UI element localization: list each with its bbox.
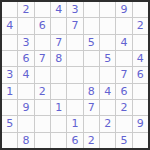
cell-r4c6[interactable] <box>84 51 99 66</box>
cell-r1c1[interactable] <box>2 2 17 17</box>
cell-r3c6[interactable]: 5 <box>84 35 99 50</box>
cell-r7c7[interactable] <box>100 100 115 115</box>
cell-r6c9[interactable] <box>133 84 148 99</box>
cell-r1c4[interactable]: 4 <box>51 2 66 17</box>
cell-r4c5[interactable] <box>67 51 82 66</box>
cell-r6c1[interactable]: 1 <box>2 84 17 99</box>
cell-r3c5[interactable] <box>67 35 82 50</box>
cell-r8c2[interactable] <box>18 116 33 131</box>
cell-r8c5[interactable]: 1 <box>67 116 82 131</box>
cell-r2c2[interactable] <box>18 18 33 33</box>
cell-r4c9[interactable]: 4 <box>133 51 148 66</box>
cell-r9c1[interactable] <box>2 133 17 148</box>
cell-r3c4[interactable]: 7 <box>51 35 66 50</box>
cell-r5c5[interactable] <box>67 67 82 82</box>
cell-r1c5[interactable]: 3 <box>67 2 82 17</box>
cell-r4c3[interactable]: 7 <box>35 51 50 66</box>
cell-r4c1[interactable] <box>2 51 17 66</box>
cell-r9c6[interactable]: 2 <box>84 133 99 148</box>
cell-r2c8[interactable] <box>116 18 131 33</box>
cell-r4c8[interactable] <box>116 51 131 66</box>
cell-r6c6[interactable]: 8 <box>84 84 99 99</box>
cell-r5c2[interactable]: 4 <box>18 67 33 82</box>
cell-r8c9[interactable]: 9 <box>133 116 148 131</box>
cell-r3c8[interactable]: 4 <box>116 35 131 50</box>
cell-r5c7[interactable] <box>100 67 115 82</box>
cell-r6c3[interactable]: 2 <box>35 84 50 99</box>
cell-r7c4[interactable]: 1 <box>51 100 66 115</box>
cell-r8c1[interactable]: 5 <box>2 116 17 131</box>
cell-r1c6[interactable] <box>84 2 99 17</box>
cell-r5c9[interactable]: 6 <box>133 67 148 82</box>
cell-r6c5[interactable] <box>67 84 82 99</box>
cell-r3c3[interactable] <box>35 35 50 50</box>
cell-r7c8[interactable]: 2 <box>116 100 131 115</box>
cell-r6c4[interactable] <box>51 84 66 99</box>
cell-r2c9[interactable]: 2 <box>133 18 148 33</box>
cell-r9c7[interactable] <box>100 133 115 148</box>
cell-r9c2[interactable]: 8 <box>18 133 33 148</box>
cell-r2c3[interactable]: 6 <box>35 18 50 33</box>
cell-r8c8[interactable] <box>116 116 131 131</box>
cell-r2c7[interactable] <box>100 18 115 33</box>
cell-r5c4[interactable] <box>51 67 66 82</box>
cell-r5c8[interactable]: 7 <box>116 67 131 82</box>
cell-r6c7[interactable]: 4 <box>100 84 115 99</box>
cell-r9c8[interactable]: 5 <box>116 133 131 148</box>
cell-r3c7[interactable] <box>100 35 115 50</box>
cell-r3c1[interactable] <box>2 35 17 50</box>
cell-r2c6[interactable] <box>84 18 99 33</box>
cell-r5c6[interactable] <box>84 67 99 82</box>
cell-r7c2[interactable]: 9 <box>18 100 33 115</box>
cell-r1c3[interactable] <box>35 2 50 17</box>
cell-r4c7[interactable]: 5 <box>100 51 115 66</box>
cell-r3c2[interactable]: 3 <box>18 35 33 50</box>
cell-r6c8[interactable]: 6 <box>116 84 131 99</box>
cell-r4c2[interactable]: 6 <box>18 51 33 66</box>
cell-r7c3[interactable] <box>35 100 50 115</box>
cell-r5c1[interactable]: 3 <box>2 67 17 82</box>
cell-r2c5[interactable]: 7 <box>67 18 82 33</box>
cell-r9c5[interactable]: 6 <box>67 133 82 148</box>
cell-r1c7[interactable] <box>100 2 115 17</box>
cell-r9c4[interactable] <box>51 133 66 148</box>
cell-r8c3[interactable] <box>35 116 50 131</box>
cell-r2c4[interactable] <box>51 18 66 33</box>
cell-r1c8[interactable]: 9 <box>116 2 131 17</box>
cell-r2c1[interactable]: 4 <box>2 18 17 33</box>
cell-r7c6[interactable]: 7 <box>84 100 99 115</box>
cell-r5c3[interactable] <box>35 67 50 82</box>
cell-r4c4[interactable]: 8 <box>51 51 66 66</box>
cell-r8c4[interactable] <box>51 116 66 131</box>
cell-r3c9[interactable] <box>133 35 148 50</box>
cell-r8c6[interactable] <box>84 116 99 131</box>
cell-r1c9[interactable] <box>133 2 148 17</box>
cell-r7c9[interactable] <box>133 100 148 115</box>
cell-r1c2[interactable]: 2 <box>18 2 33 17</box>
cell-r8c7[interactable]: 2 <box>100 116 115 131</box>
cell-r9c9[interactable] <box>133 133 148 148</box>
cell-r7c1[interactable] <box>2 100 17 115</box>
cell-r6c2[interactable] <box>18 84 33 99</box>
sudoku-board: 24394672375467854347612846917251298625 <box>0 0 150 150</box>
cell-r9c3[interactable] <box>35 133 50 148</box>
cell-r7c5[interactable] <box>67 100 82 115</box>
